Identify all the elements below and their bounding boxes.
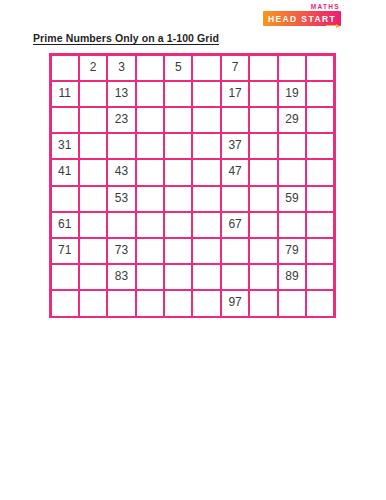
- grid-cell-r7c8: [250, 213, 276, 237]
- logo-arrow-icon: [326, 24, 340, 28]
- grid-cell-r6c2: [80, 187, 106, 211]
- grid-cell-r2c1: 11: [52, 82, 78, 106]
- grid-cell-r7c10: [307, 213, 333, 237]
- grid-cell-r7c4: [137, 213, 163, 237]
- grid-cell-r5c5: [165, 160, 191, 184]
- grid-cell-r2c10: [307, 82, 333, 106]
- grid-cell-r7c5: [165, 213, 191, 237]
- grid-cell-r2c8: [250, 82, 276, 106]
- page-title: Prime Numbers Only on a 1-100 Grid: [33, 32, 219, 44]
- grid-cell-r5c7: 47: [222, 160, 248, 184]
- grid-cell-r8c4: [137, 239, 163, 263]
- grid-cell-r4c2: [80, 134, 106, 158]
- grid-cell-r6c4: [137, 187, 163, 211]
- grid-cell-r4c1: 31: [52, 134, 78, 158]
- grid-cell-r4c7: 37: [222, 134, 248, 158]
- arrow-head: [336, 24, 340, 28]
- grid-cell-r5c4: [137, 160, 163, 184]
- grid-cell-r3c6: [193, 108, 219, 132]
- prime-grid: 2357111317192329313741434753596167717379…: [49, 53, 336, 318]
- grid-cell-r3c3: 23: [108, 108, 134, 132]
- grid-cell-r4c10: [307, 134, 333, 158]
- worksheet-page: MATHS HEAD START Prime Numbers Only on a…: [0, 0, 386, 500]
- grid-cell-r4c4: [137, 134, 163, 158]
- grid-cell-r9c7: [222, 265, 248, 289]
- logo-maths-label: MATHS: [263, 3, 341, 10]
- grid-cell-r2c5: [165, 82, 191, 106]
- grid-cell-r6c9: 59: [279, 187, 305, 211]
- grid-cell-r1c4: [137, 56, 163, 80]
- grid-cell-r6c3: 53: [108, 187, 134, 211]
- grid-cell-r8c2: [80, 239, 106, 263]
- grid-cell-r10c3: [108, 291, 134, 315]
- grid-cell-r3c2: [80, 108, 106, 132]
- grid-cell-r7c7: 67: [222, 213, 248, 237]
- grid-cell-r1c6: [193, 56, 219, 80]
- grid-cell-r2c7: 17: [222, 82, 248, 106]
- grid-cell-r4c6: [193, 134, 219, 158]
- grid-cell-r2c3: 13: [108, 82, 134, 106]
- grid-cell-r8c10: [307, 239, 333, 263]
- grid-cell-r3c5: [165, 108, 191, 132]
- grid-cell-r5c9: [279, 160, 305, 184]
- grid-cell-r6c5: [165, 187, 191, 211]
- grid-cell-r5c3: 43: [108, 160, 134, 184]
- grid-cell-r10c2: [80, 291, 106, 315]
- grid-cell-r7c6: [193, 213, 219, 237]
- grid-cell-r9c6: [193, 265, 219, 289]
- grid-cell-r1c1: [52, 56, 78, 80]
- grid-cell-r9c8: [250, 265, 276, 289]
- grid-cell-r9c3: 83: [108, 265, 134, 289]
- grid-cell-r7c2: [80, 213, 106, 237]
- grid-cell-r10c7: 97: [222, 291, 248, 315]
- grid-cell-r10c6: [193, 291, 219, 315]
- grid-cell-r8c8: [250, 239, 276, 263]
- grid-cell-r2c2: [80, 82, 106, 106]
- grid-cell-r9c5: [165, 265, 191, 289]
- grid-cell-r1c8: [250, 56, 276, 80]
- grid-cell-r8c1: 71: [52, 239, 78, 263]
- grid-cell-r9c1: [52, 265, 78, 289]
- grid-cell-r1c3: 3: [108, 56, 134, 80]
- grid-cell-r3c1: [52, 108, 78, 132]
- grid-cell-r5c8: [250, 160, 276, 184]
- grid-cell-r10c1: [52, 291, 78, 315]
- grid-cell-r3c10: [307, 108, 333, 132]
- grid-cell-r1c5: 5: [165, 56, 191, 80]
- grid-cell-r3c4: [137, 108, 163, 132]
- grid-cell-r10c9: [279, 291, 305, 315]
- grid-cell-r1c9: [279, 56, 305, 80]
- grid-cell-r4c5: [165, 134, 191, 158]
- arrow-tail: [326, 25, 336, 27]
- logo-banner-label: HEAD START: [268, 13, 336, 23]
- grid-cell-r5c1: 41: [52, 160, 78, 184]
- headstart-logo: MATHS HEAD START: [263, 3, 341, 26]
- grid-cell-r8c7: [222, 239, 248, 263]
- grid-cell-r2c4: [137, 82, 163, 106]
- grid-cell-r6c8: [250, 187, 276, 211]
- grid-cell-r1c10: [307, 56, 333, 80]
- grid-cell-r8c5: [165, 239, 191, 263]
- grid-cell-r3c8: [250, 108, 276, 132]
- grid-cell-r8c9: 79: [279, 239, 305, 263]
- grid-cell-r7c3: [108, 213, 134, 237]
- grid-cell-r4c8: [250, 134, 276, 158]
- grid-cell-r10c8: [250, 291, 276, 315]
- grid-cell-r9c4: [137, 265, 163, 289]
- grid-cell-r8c6: [193, 239, 219, 263]
- grid-cell-r6c6: [193, 187, 219, 211]
- grid-cell-r3c9: 29: [279, 108, 305, 132]
- grid-cell-r2c6: [193, 82, 219, 106]
- grid-cell-r9c2: [80, 265, 106, 289]
- grid-cell-r6c1: [52, 187, 78, 211]
- grid-cell-r5c2: [80, 160, 106, 184]
- grid-cell-r9c9: 89: [279, 265, 305, 289]
- grid-cell-r9c10: [307, 265, 333, 289]
- grid-cell-r6c10: [307, 187, 333, 211]
- grid-cell-r5c10: [307, 160, 333, 184]
- grid-cell-r1c2: 2: [80, 56, 106, 80]
- grid-cell-r10c5: [165, 291, 191, 315]
- grid-cell-r10c4: [137, 291, 163, 315]
- grid-cell-r6c7: [222, 187, 248, 211]
- grid-cell-r1c7: 7: [222, 56, 248, 80]
- grid-cell-r5c6: [193, 160, 219, 184]
- grid-cell-r4c9: [279, 134, 305, 158]
- grid-cell-r8c3: 73: [108, 239, 134, 263]
- grid-cell-r2c9: 19: [279, 82, 305, 106]
- grid-cell-r3c7: [222, 108, 248, 132]
- grid-cell-r10c10: [307, 291, 333, 315]
- grid-cell-r4c3: [108, 134, 134, 158]
- grid-cell-r7c9: [279, 213, 305, 237]
- grid-cell-r7c1: 61: [52, 213, 78, 237]
